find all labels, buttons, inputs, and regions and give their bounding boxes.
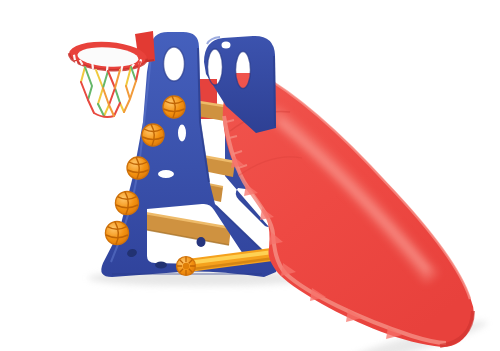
- hoop-rim: [68, 39, 148, 74]
- scene-canvas: [40, 16, 500, 351]
- basketball-net: [76, 62, 140, 117]
- socket-recess: [197, 237, 206, 247]
- climbing-knob: [105, 221, 128, 244]
- climbing-knob: [142, 124, 164, 146]
- ladder-step-bottom: [137, 212, 231, 245]
- climbing-knob: [127, 157, 149, 179]
- product-photo-slide-with-hoop: [40, 16, 500, 351]
- climbing-knob: [115, 191, 138, 214]
- climbing-knob: [163, 96, 185, 118]
- basketball-hoop: [68, 31, 155, 117]
- ground-bar-cap: [177, 257, 196, 276]
- oval-cutout-rim: [164, 47, 185, 81]
- panel-edge-shade: [274, 56, 275, 126]
- socket-recess: [155, 262, 167, 269]
